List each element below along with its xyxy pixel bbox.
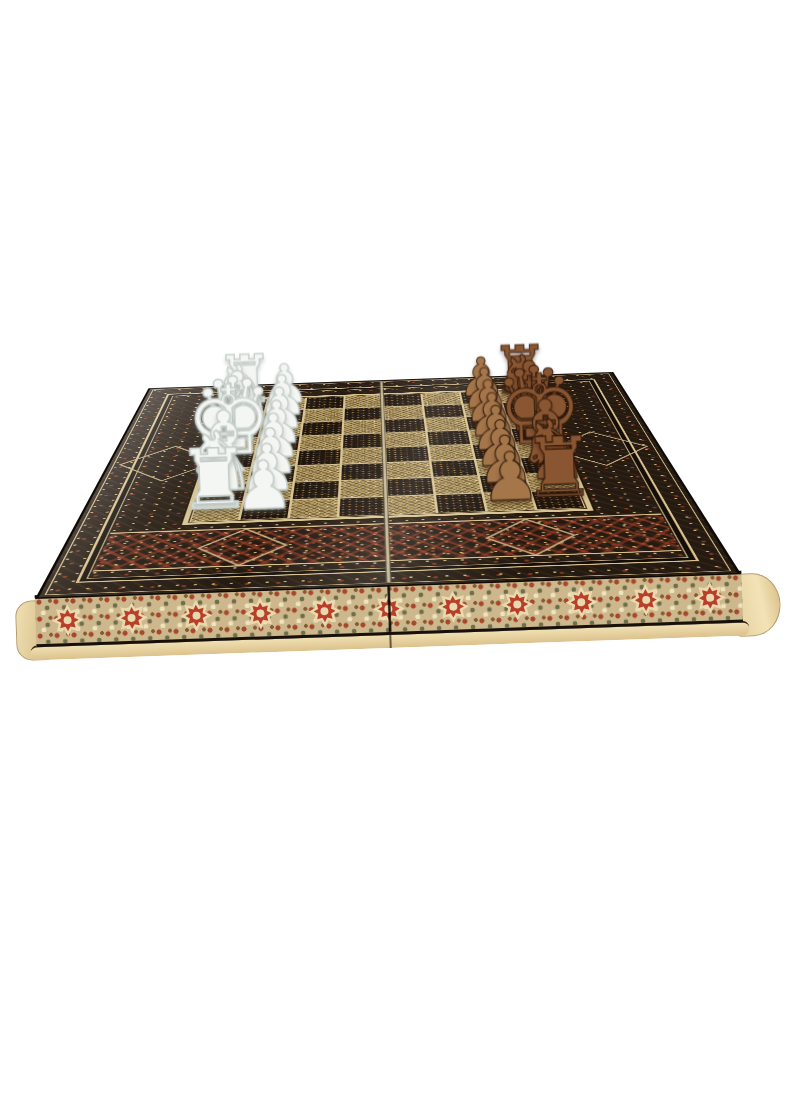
square-e6[interactable]	[429, 445, 473, 461]
square-h6[interactable]	[436, 494, 485, 513]
square-g6[interactable]	[434, 476, 481, 494]
piece-white-pawn[interactable]: ♟	[232, 452, 294, 521]
square-e3[interactable]	[298, 449, 341, 465]
star-core	[706, 594, 714, 602]
board-assembly: ♜♟♟♜♞♟♟♞♝♟♟♝♛♟♟♛♚♟♟♚♝♟♟♝♞♟♟♞♜♟♟♜	[0, 0, 800, 1096]
star-medallion-icon	[51, 604, 84, 637]
board-top-3d: ♜♟♟♜♞♟♟♞♝♟♟♝♛♟♟♛♚♟♟♚♝♟♟♝♞♟♟♞♜♟♟♜	[35, 372, 741, 599]
star-core	[642, 596, 650, 604]
square-h2[interactable]: ♟	[240, 500, 289, 519]
square-c3[interactable]	[302, 421, 342, 435]
star-core	[256, 609, 264, 617]
page-background: ♜♟♟♜♞♟♟♞♝♟♟♝♛♟♟♛♚♟♟♚♝♟♟♝♞♟♟♞♜♟♟♜	[0, 0, 800, 1096]
square-d6[interactable]	[428, 431, 471, 446]
star-medallion-icon	[308, 595, 341, 628]
star-medallion-icon	[565, 586, 598, 619]
hinge-seam-base	[389, 635, 391, 648]
square-h4[interactable]	[339, 497, 386, 516]
piece-brown-pawn[interactable]: ♟	[479, 443, 541, 512]
square-d3[interactable]	[300, 435, 342, 450]
star-medallion-icon	[501, 588, 534, 621]
star-medallion-icon	[693, 581, 726, 614]
square-e5[interactable]	[386, 446, 429, 462]
square-f3[interactable]	[295, 465, 340, 482]
square-h3[interactable]	[290, 499, 338, 518]
square-d5[interactable]	[386, 432, 427, 447]
square-b5[interactable]	[385, 406, 424, 419]
star-medallion-icon	[437, 590, 470, 623]
star-medallion-icon	[629, 583, 662, 616]
star-core	[192, 612, 200, 620]
star-medallion-icon	[180, 599, 213, 632]
square-h5[interactable]	[388, 495, 436, 514]
square-e4[interactable]	[342, 448, 384, 464]
star-core	[449, 603, 457, 611]
square-d4[interactable]	[343, 433, 384, 448]
star-medallion-icon	[115, 601, 148, 634]
square-f5[interactable]	[387, 462, 431, 479]
board-top-surface: ♜♟♟♜♞♟♟♞♝♟♟♝♛♟♟♛♚♟♟♚♝♟♟♝♞♟♟♞♜♟♟♜	[35, 372, 741, 599]
square-b3[interactable]	[304, 409, 343, 422]
square-h7[interactable]: ♟	[484, 492, 535, 511]
star-medallion-icon	[244, 597, 277, 630]
